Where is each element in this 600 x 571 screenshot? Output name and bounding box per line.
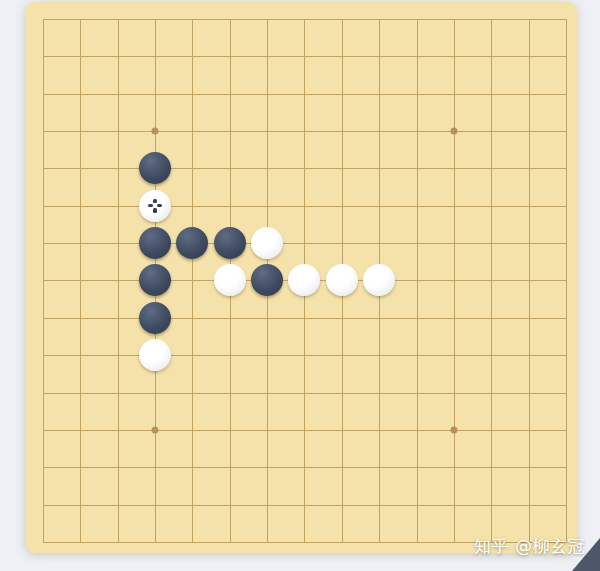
board-cell[interactable]: [435, 224, 472, 261]
board-cell[interactable]: [248, 486, 285, 523]
board-cell[interactable]: [398, 38, 435, 75]
board-cell[interactable]: [472, 299, 509, 336]
board-cell[interactable]: [323, 523, 360, 560]
board-cell[interactable]: [510, 336, 547, 373]
board-cell[interactable]: [248, 523, 285, 560]
board-cell[interactable]: [510, 262, 547, 299]
board-cell[interactable]: [435, 523, 472, 560]
board-cell[interactable]: [136, 448, 173, 485]
board-cell[interactable]: [472, 336, 509, 373]
board-cell[interactable]: [472, 75, 509, 112]
board-cell[interactable]: [286, 75, 323, 112]
cursor-bar: [157, 204, 162, 208]
board-cell[interactable]: [24, 299, 61, 336]
board-cells: [24, 0, 584, 560]
board-cell[interactable]: [360, 374, 397, 411]
white-stone: [363, 264, 395, 296]
board-cell[interactable]: [435, 262, 472, 299]
board-cell[interactable]: [24, 150, 61, 187]
board-cell[interactable]: [62, 112, 99, 149]
board-cell[interactable]: [398, 486, 435, 523]
board-cell[interactable]: [24, 411, 61, 448]
white-stone: [139, 190, 171, 222]
board-cell[interactable]: [398, 523, 435, 560]
board-cell[interactable]: [99, 336, 136, 373]
board-cell[interactable]: [323, 299, 360, 336]
board-cell[interactable]: [360, 336, 397, 373]
board-cell[interactable]: [510, 0, 547, 37]
board-cell[interactable]: [211, 38, 248, 75]
board-cell[interactable]: [360, 0, 397, 37]
board-cell[interactable]: [398, 150, 435, 187]
board-cell[interactable]: [547, 486, 584, 523]
board-cell[interactable]: [24, 187, 61, 224]
board-cell[interactable]: [286, 411, 323, 448]
board-cell[interactable]: [398, 187, 435, 224]
board-cell[interactable]: [472, 486, 509, 523]
board-cell[interactable]: [547, 411, 584, 448]
board-cell[interactable]: [286, 336, 323, 373]
white-stone: [251, 227, 283, 259]
board-cell[interactable]: [435, 299, 472, 336]
board-cell[interactable]: [174, 187, 211, 224]
board-cell[interactable]: [286, 38, 323, 75]
black-stone: [176, 227, 208, 259]
board-cell[interactable]: [62, 448, 99, 485]
gomoku-board: [25, 2, 577, 553]
board-cell[interactable]: [174, 448, 211, 485]
board-cell[interactable]: [435, 411, 472, 448]
board-cell[interactable]: [510, 448, 547, 485]
board-cell[interactable]: [547, 75, 584, 112]
board-cell[interactable]: [472, 150, 509, 187]
board-cell[interactable]: [136, 112, 173, 149]
board-cell[interactable]: [248, 411, 285, 448]
screenshot: 知乎 @柳玄冠: [0, 0, 600, 571]
white-stone: [288, 264, 320, 296]
board-cell[interactable]: [398, 448, 435, 485]
board-cell[interactable]: [24, 523, 61, 560]
board-cell[interactable]: [547, 336, 584, 373]
board-cell[interactable]: [472, 38, 509, 75]
board-cell[interactable]: [248, 38, 285, 75]
board-cell[interactable]: [24, 75, 61, 112]
board-cell[interactable]: [62, 411, 99, 448]
board-cell[interactable]: [24, 262, 61, 299]
board-cell[interactable]: [248, 75, 285, 112]
board-cell[interactable]: [547, 448, 584, 485]
board-cell[interactable]: [286, 187, 323, 224]
board-cell[interactable]: [24, 112, 61, 149]
board-cell[interactable]: [398, 411, 435, 448]
board-cell[interactable]: [323, 38, 360, 75]
board-cell[interactable]: [62, 75, 99, 112]
cursor-bar: [153, 199, 157, 204]
board-cell[interactable]: [360, 486, 397, 523]
board-cell[interactable]: [435, 448, 472, 485]
board-cell[interactable]: [323, 336, 360, 373]
board-cell[interactable]: [248, 336, 285, 373]
board-cell[interactable]: [360, 448, 397, 485]
board-cell[interactable]: [99, 486, 136, 523]
board-cell[interactable]: [62, 523, 99, 560]
white-stone: [326, 264, 358, 296]
black-stone: [139, 264, 171, 296]
board-cell[interactable]: [286, 299, 323, 336]
board-cell[interactable]: [24, 374, 61, 411]
board-cell[interactable]: [136, 262, 173, 299]
board-cell[interactable]: [323, 448, 360, 485]
board-cell[interactable]: [547, 374, 584, 411]
board-cell[interactable]: [547, 112, 584, 149]
board-cell[interactable]: [360, 150, 397, 187]
board-cell[interactable]: [435, 150, 472, 187]
board-cell[interactable]: [360, 75, 397, 112]
board-cell[interactable]: [547, 299, 584, 336]
board-cell[interactable]: [136, 299, 173, 336]
board-cell[interactable]: [99, 0, 136, 37]
board-cell[interactable]: [174, 38, 211, 75]
board-cell[interactable]: [62, 0, 99, 37]
board-cell[interactable]: [398, 299, 435, 336]
board-cell[interactable]: [211, 486, 248, 523]
board-cell[interactable]: [472, 112, 509, 149]
board-cell[interactable]: [323, 0, 360, 37]
corner-fold-decoration: [572, 538, 600, 571]
board-cell[interactable]: [62, 38, 99, 75]
board-cell[interactable]: [510, 486, 547, 523]
board-cell[interactable]: [323, 75, 360, 112]
board-cell[interactable]: [211, 112, 248, 149]
board-cell[interactable]: [174, 150, 211, 187]
board-cell[interactable]: [136, 150, 173, 187]
board-cell[interactable]: [248, 262, 285, 299]
board-cell[interactable]: [398, 112, 435, 149]
board-cell[interactable]: [62, 299, 99, 336]
board-cell[interactable]: [136, 224, 173, 261]
board-cell[interactable]: [472, 448, 509, 485]
board-cell[interactable]: [435, 187, 472, 224]
board-cell[interactable]: [99, 411, 136, 448]
board-cell[interactable]: [360, 224, 397, 261]
board-cell[interactable]: [62, 187, 99, 224]
board-cell[interactable]: [286, 374, 323, 411]
board-cell[interactable]: [136, 523, 173, 560]
cursor-bar: [153, 208, 157, 213]
board-cell[interactable]: [435, 374, 472, 411]
board-cell[interactable]: [211, 75, 248, 112]
board-cell[interactable]: [286, 224, 323, 261]
board-cell[interactable]: [248, 150, 285, 187]
board-cell[interactable]: [360, 299, 397, 336]
board-cell[interactable]: [24, 486, 61, 523]
board-cell[interactable]: [24, 224, 61, 261]
board-cell[interactable]: [323, 187, 360, 224]
board-cell[interactable]: [248, 299, 285, 336]
board-cell[interactable]: [136, 187, 173, 224]
board-cell[interactable]: [510, 224, 547, 261]
board-cell[interactable]: [472, 411, 509, 448]
board-cell[interactable]: [248, 112, 285, 149]
board-cell[interactable]: [435, 486, 472, 523]
board-cell[interactable]: [99, 374, 136, 411]
board-cell[interactable]: [99, 187, 136, 224]
board-cell[interactable]: [99, 150, 136, 187]
cursor-bar: [148, 204, 153, 208]
board-cell[interactable]: [24, 448, 61, 485]
board-cell[interactable]: [174, 262, 211, 299]
board-cell[interactable]: [174, 75, 211, 112]
board-cell[interactable]: [174, 336, 211, 373]
board-cell[interactable]: [174, 112, 211, 149]
board-cell[interactable]: [323, 150, 360, 187]
black-stone: [139, 302, 171, 334]
board-cell[interactable]: [211, 150, 248, 187]
board-cell[interactable]: [99, 75, 136, 112]
board-cell[interactable]: [510, 38, 547, 75]
board-cell[interactable]: [286, 448, 323, 485]
board-cell[interactable]: [99, 448, 136, 485]
board-cell[interactable]: [211, 523, 248, 560]
board-cell[interactable]: [547, 262, 584, 299]
board-cell[interactable]: [510, 411, 547, 448]
board-cell[interactable]: [510, 299, 547, 336]
board-cell[interactable]: [99, 299, 136, 336]
board-cell[interactable]: [211, 374, 248, 411]
board-cell[interactable]: [398, 224, 435, 261]
board-cell[interactable]: [472, 187, 509, 224]
board-cell[interactable]: [435, 38, 472, 75]
black-stone: [214, 227, 246, 259]
board-cell[interactable]: [510, 187, 547, 224]
board-cell[interactable]: [286, 0, 323, 37]
board-cell[interactable]: [62, 150, 99, 187]
board-cell[interactable]: [99, 38, 136, 75]
board-cell[interactable]: [398, 75, 435, 112]
board-cell[interactable]: [62, 486, 99, 523]
board-cell[interactable]: [24, 336, 61, 373]
black-stone: [251, 264, 283, 296]
white-stone: [214, 264, 246, 296]
board-cell[interactable]: [510, 374, 547, 411]
board-cell[interactable]: [62, 336, 99, 373]
board-cell[interactable]: [24, 38, 61, 75]
board-cell[interactable]: [174, 523, 211, 560]
board-cell[interactable]: [510, 150, 547, 187]
board-cell[interactable]: [62, 374, 99, 411]
board-cell[interactable]: [136, 411, 173, 448]
board-cell[interactable]: [286, 262, 323, 299]
board-cell[interactable]: [435, 336, 472, 373]
board-cell[interactable]: [360, 523, 397, 560]
board-cell[interactable]: [472, 224, 509, 261]
board-cell[interactable]: [323, 112, 360, 149]
board-cell[interactable]: [24, 0, 61, 37]
board-cell[interactable]: [435, 75, 472, 112]
board-cell[interactable]: [472, 0, 509, 37]
board-cell[interactable]: [248, 224, 285, 261]
board-cell[interactable]: [360, 38, 397, 75]
white-stone: [139, 339, 171, 371]
board-cell[interactable]: [360, 411, 397, 448]
board-cell[interactable]: [174, 486, 211, 523]
black-stone: [139, 152, 171, 184]
board-cell[interactable]: [136, 75, 173, 112]
board-cell[interactable]: [136, 374, 173, 411]
board-cell[interactable]: [211, 262, 248, 299]
board-cell[interactable]: [286, 486, 323, 523]
board-cell[interactable]: [136, 0, 173, 37]
board-cell[interactable]: [360, 187, 397, 224]
board-cell[interactable]: [99, 523, 136, 560]
board-cell[interactable]: [62, 262, 99, 299]
board-cell[interactable]: [174, 0, 211, 37]
board-cell[interactable]: [174, 224, 211, 261]
board-cell[interactable]: [248, 448, 285, 485]
board-cell[interactable]: [286, 150, 323, 187]
board-cell[interactable]: [323, 411, 360, 448]
board-cell[interactable]: [211, 224, 248, 261]
board-cell[interactable]: [323, 224, 360, 261]
board-cell[interactable]: [547, 187, 584, 224]
last-move-cursor-icon: [148, 199, 162, 213]
board-cell[interactable]: [435, 0, 472, 37]
board-cell[interactable]: [211, 411, 248, 448]
board-cell[interactable]: [435, 112, 472, 149]
board-cell[interactable]: [211, 336, 248, 373]
board-cell[interactable]: [547, 0, 584, 37]
board-cell[interactable]: [360, 262, 397, 299]
board-cell[interactable]: [136, 336, 173, 373]
board-cell[interactable]: [398, 0, 435, 37]
board-cell[interactable]: [510, 112, 547, 149]
board-cell[interactable]: [360, 112, 397, 149]
board-cell[interactable]: [472, 262, 509, 299]
board-cell[interactable]: [286, 112, 323, 149]
board-cell[interactable]: [174, 411, 211, 448]
board-cell[interactable]: [248, 187, 285, 224]
board-cell[interactable]: [174, 299, 211, 336]
board-cell[interactable]: [99, 224, 136, 261]
board-cell[interactable]: [248, 374, 285, 411]
board-cell[interactable]: [62, 224, 99, 261]
board-cell[interactable]: [472, 374, 509, 411]
board-cell[interactable]: [211, 0, 248, 37]
board-cell[interactable]: [547, 38, 584, 75]
board-cell[interactable]: [510, 75, 547, 112]
board-cell[interactable]: [323, 486, 360, 523]
board-cell[interactable]: [211, 448, 248, 485]
board-cell[interactable]: [136, 486, 173, 523]
board-cell[interactable]: [136, 38, 173, 75]
board-cell[interactable]: [398, 374, 435, 411]
board-cell[interactable]: [398, 262, 435, 299]
board-cell[interactable]: [174, 374, 211, 411]
board-cell[interactable]: [99, 112, 136, 149]
board-cell[interactable]: [323, 374, 360, 411]
black-stone: [139, 227, 171, 259]
board-cell[interactable]: [211, 299, 248, 336]
board-cell[interactable]: [547, 150, 584, 187]
board-cell[interactable]: [99, 262, 136, 299]
board-cell[interactable]: [286, 523, 323, 560]
board-cell[interactable]: [211, 187, 248, 224]
board-cell[interactable]: [398, 336, 435, 373]
board-cell[interactable]: [323, 262, 360, 299]
board-cell[interactable]: [248, 0, 285, 37]
board-cell[interactable]: [547, 224, 584, 261]
watermark: 知乎 @柳玄冠: [474, 535, 585, 558]
